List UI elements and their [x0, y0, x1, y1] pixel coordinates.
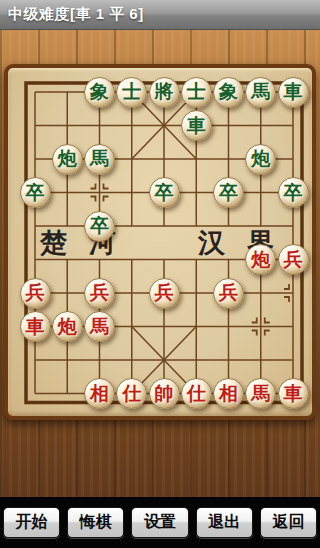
- piece-red-horse[interactable]: 馬: [84, 311, 115, 342]
- piece-black-general[interactable]: 將: [149, 77, 180, 108]
- title-text: 中级难度[車 1 平 6]: [8, 5, 144, 24]
- title-bar: 中级难度[車 1 平 6]: [0, 0, 320, 30]
- piece-red-pawn[interactable]: 兵: [213, 278, 244, 309]
- piece-red-elephant[interactable]: 相: [213, 378, 244, 409]
- back-button[interactable]: 返回: [260, 507, 317, 538]
- piece-black-pawn[interactable]: 卒: [84, 211, 115, 242]
- piece-red-chariot[interactable]: 車: [278, 378, 309, 409]
- piece-black-chariot[interactable]: 車: [181, 110, 212, 141]
- piece-black-elephant[interactable]: 象: [84, 77, 115, 108]
- piece-black-pawn[interactable]: 卒: [278, 177, 309, 208]
- exit-button[interactable]: 退出: [196, 507, 253, 538]
- piece-red-pawn[interactable]: 兵: [20, 278, 51, 309]
- piece-black-horse[interactable]: 馬: [84, 144, 115, 175]
- piece-black-chariot[interactable]: 車: [278, 77, 309, 108]
- piece-black-horse[interactable]: 馬: [245, 77, 276, 108]
- undo-button[interactable]: 悔棋: [67, 507, 124, 538]
- bottom-toolbar: 开始 悔棋 设置 退出 返回: [0, 497, 320, 548]
- piece-black-elephant[interactable]: 象: [213, 77, 244, 108]
- piece-red-chariot[interactable]: 車: [20, 311, 51, 342]
- xiangqi-board[interactable]: 楚河 汉界 象士將士象馬車車炮馬炮卒卒卒卒卒炮兵兵兵兵兵車炮馬相仕帥仕相馬車: [4, 64, 316, 420]
- piece-red-pawn[interactable]: 兵: [84, 278, 115, 309]
- piece-red-pawn[interactable]: 兵: [149, 278, 180, 309]
- piece-red-general[interactable]: 帥: [149, 378, 180, 409]
- settings-button[interactable]: 设置: [131, 507, 188, 538]
- piece-red-cannon[interactable]: 炮: [52, 311, 83, 342]
- piece-black-pawn[interactable]: 卒: [213, 177, 244, 208]
- start-button[interactable]: 开始: [3, 507, 60, 538]
- piece-red-pawn[interactable]: 兵: [278, 244, 309, 275]
- piece-black-advisor[interactable]: 士: [116, 77, 147, 108]
- piece-black-cannon[interactable]: 炮: [52, 144, 83, 175]
- piece-black-cannon[interactable]: 炮: [245, 144, 276, 175]
- piece-black-advisor[interactable]: 士: [181, 77, 212, 108]
- piece-black-pawn[interactable]: 卒: [20, 177, 51, 208]
- piece-red-advisor[interactable]: 仕: [181, 378, 212, 409]
- piece-black-pawn[interactable]: 卒: [149, 177, 180, 208]
- piece-red-elephant[interactable]: 相: [84, 378, 115, 409]
